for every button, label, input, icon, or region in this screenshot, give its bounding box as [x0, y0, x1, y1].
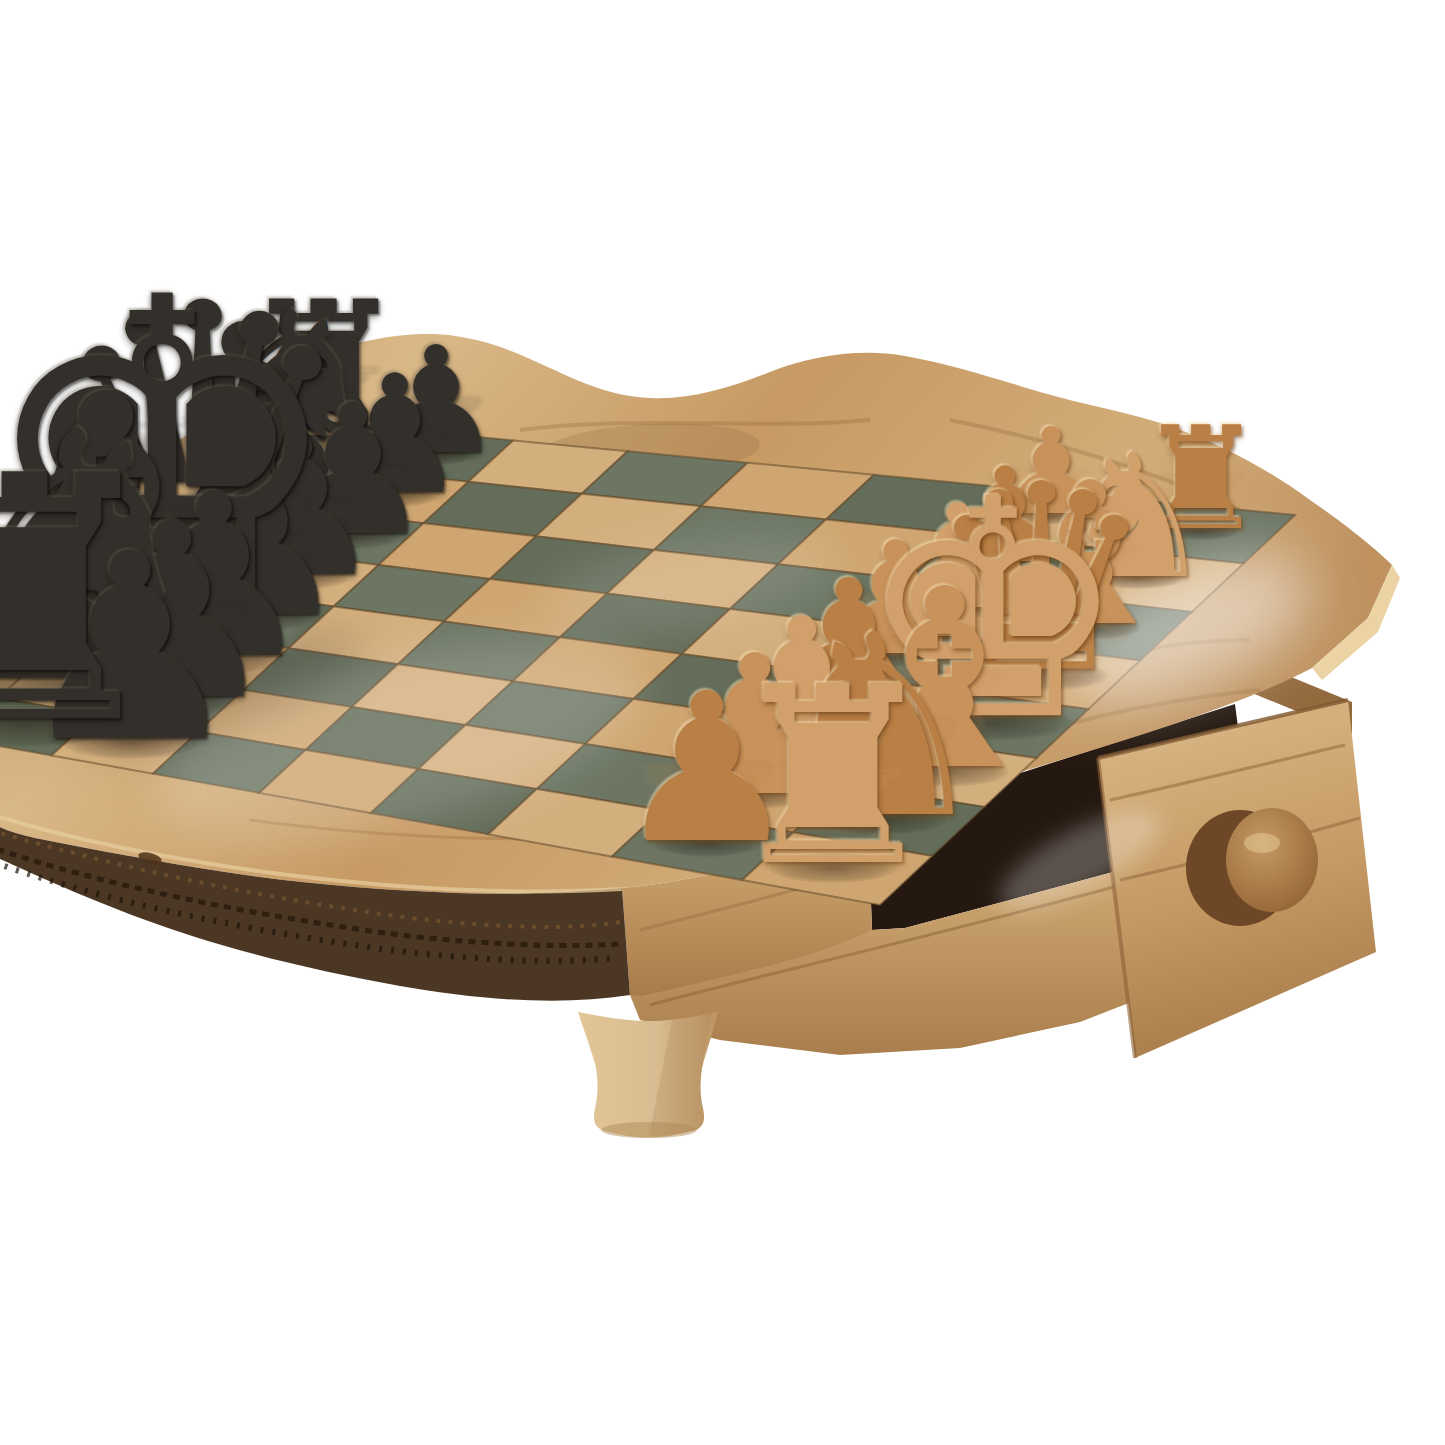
storage-drawer — [1098, 700, 1376, 1058]
drawer-knob-face — [1226, 808, 1318, 912]
product-photo-stage: ♜♜♞♞♝♝♛♛♚♚♝♝♞♞♜♜♟♟♟♟♟♟♟♟♟♟♟♟♟♟♟♟♟♟♟♟♟♟♟♟… — [0, 0, 1445, 1445]
drawer-knob-highlight — [1244, 833, 1280, 853]
chess-table-photo — [0, 0, 1445, 1445]
foot-bottom-rim — [601, 1122, 697, 1138]
pedestal-foot — [578, 1012, 718, 1138]
